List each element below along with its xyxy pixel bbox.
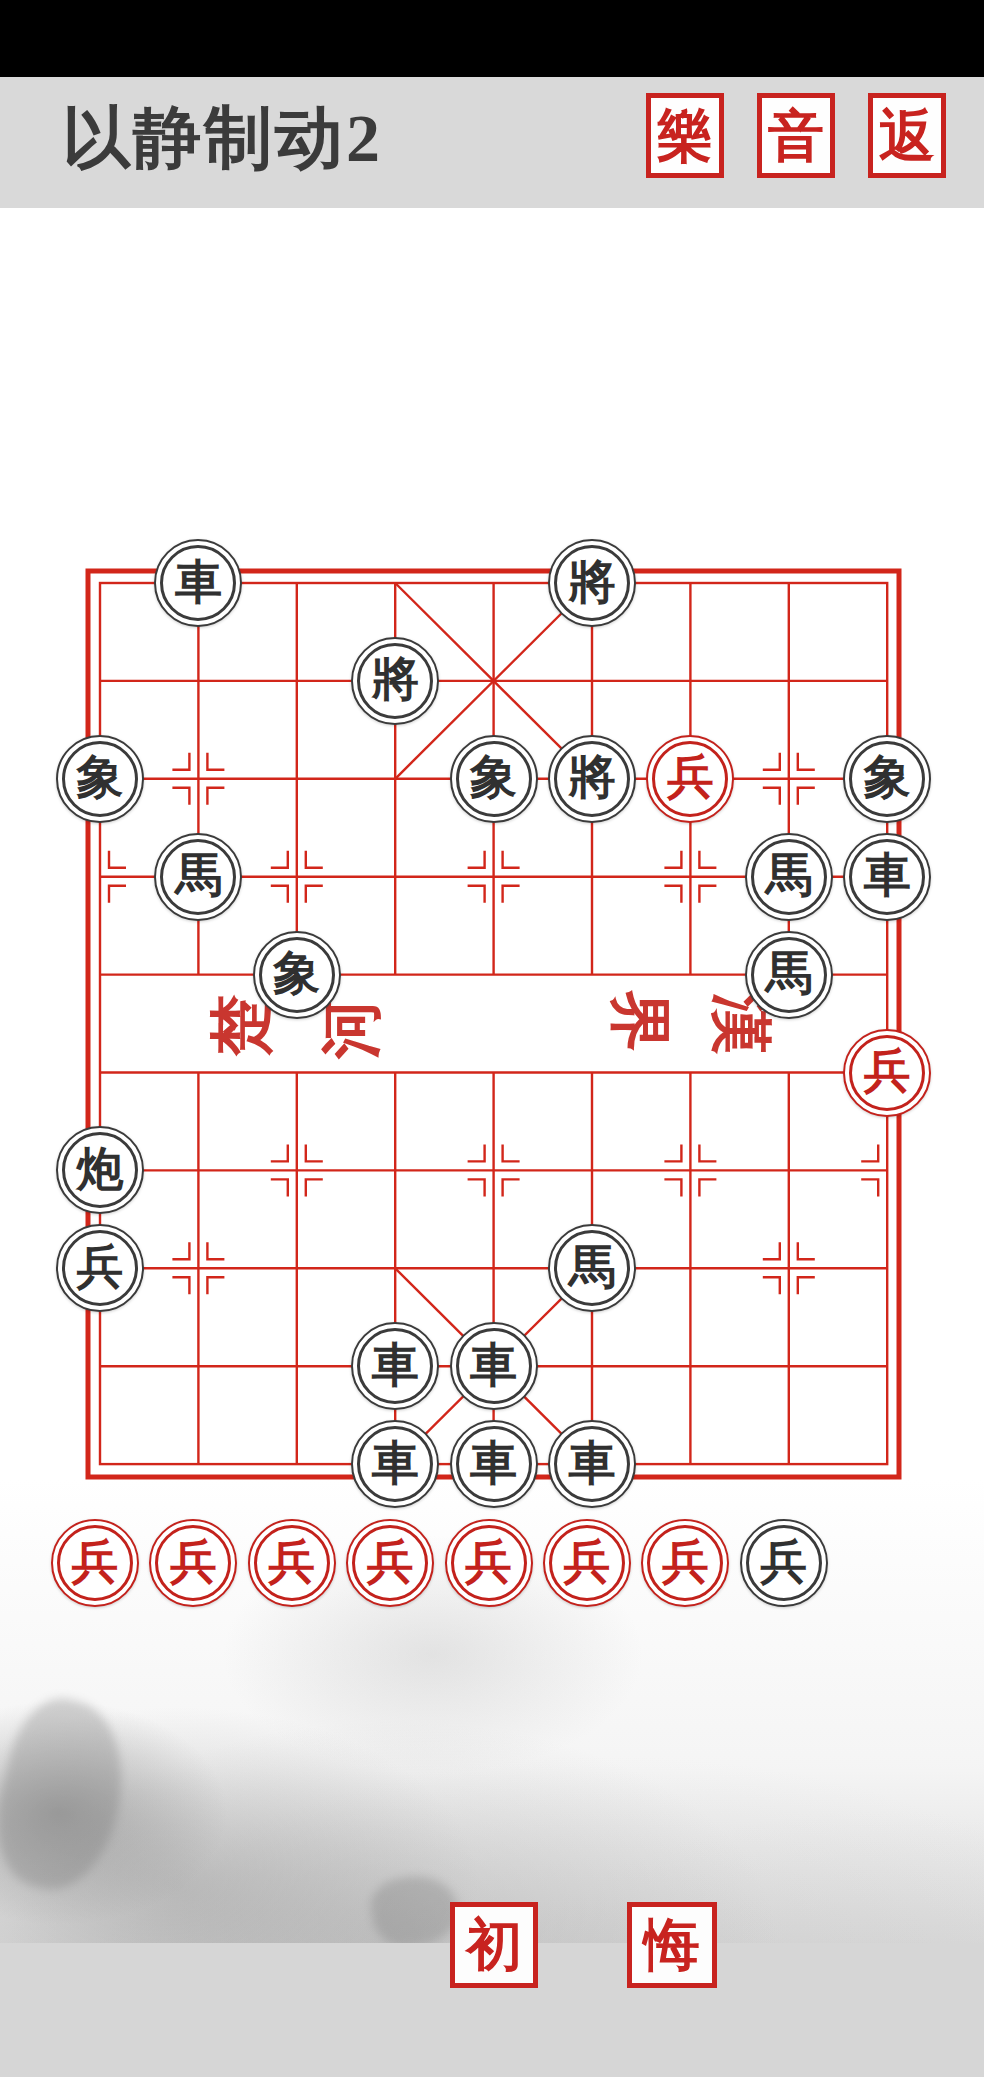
piece-character: 兵 <box>864 1048 911 1095</box>
piece-character: 象 <box>77 754 124 801</box>
board-piece-black-車[interactable]: 車 <box>154 539 242 627</box>
board-piece-red-兵[interactable]: 兵 <box>646 735 734 823</box>
music-button[interactable]: 樂 <box>646 93 724 178</box>
undo-button[interactable]: 悔 <box>627 1902 717 1988</box>
piece-character: 兵 <box>77 1244 124 1291</box>
piece-character: 兵 <box>667 754 714 801</box>
piece-character: 車 <box>569 1440 616 1487</box>
piece-character: 將 <box>372 656 419 703</box>
piece-character: 兵 <box>662 1539 709 1586</box>
board-piece-black-象[interactable]: 象 <box>253 931 341 1019</box>
sound-button[interactable]: 音 <box>757 93 835 178</box>
tray-piece-red-兵[interactable]: 兵 <box>543 1519 631 1607</box>
board-piece-black-車[interactable]: 車 <box>351 1322 439 1410</box>
piece-character: 兵 <box>465 1539 512 1586</box>
piece-character: 車 <box>470 1440 517 1487</box>
board-piece-black-車[interactable]: 車 <box>548 1420 636 1508</box>
board-piece-black-馬[interactable]: 馬 <box>154 833 242 921</box>
back-button-label: 返 <box>879 108 935 164</box>
tray-piece-red-兵[interactable]: 兵 <box>445 1519 533 1607</box>
piece-character: 兵 <box>367 1539 414 1586</box>
page-title: 以静制动2 <box>62 91 383 186</box>
board-piece-black-馬[interactable]: 馬 <box>548 1224 636 1312</box>
restart-button[interactable]: 初 <box>450 1902 538 1988</box>
tray-piece-red-兵[interactable]: 兵 <box>641 1519 729 1607</box>
tray-piece-black-兵[interactable]: 兵 <box>740 1519 828 1607</box>
piece-character: 象 <box>864 754 911 801</box>
game-screen: 以静制动2 樂 音 返 車將將象象將兵象馬馬車象馬兵炮兵馬車車車車車 楚河界漢 … <box>0 0 984 2077</box>
restart-button-label: 初 <box>466 1917 522 1973</box>
piece-character: 馬 <box>175 852 222 899</box>
board-piece-black-將[interactable]: 將 <box>351 637 439 725</box>
pine-tree-silhouette <box>0 1689 141 1902</box>
tray-piece-red-兵[interactable]: 兵 <box>248 1519 336 1607</box>
piece-character: 炮 <box>77 1146 124 1193</box>
music-button-label: 樂 <box>657 108 713 164</box>
board-piece-black-將[interactable]: 將 <box>548 735 636 823</box>
board-piece-red-兵[interactable]: 兵 <box>843 1029 931 1117</box>
piece-character: 象 <box>470 754 517 801</box>
piece-character: 車 <box>864 852 911 899</box>
undo-button-label: 悔 <box>644 1917 700 1973</box>
river-character: 界 <box>609 990 671 1052</box>
board-piece-black-兵[interactable]: 兵 <box>56 1224 144 1312</box>
tray-piece-red-兵[interactable]: 兵 <box>51 1519 139 1607</box>
board-piece-black-車[interactable]: 車 <box>351 1420 439 1508</box>
tray-piece-red-兵[interactable]: 兵 <box>149 1519 237 1607</box>
piece-character: 車 <box>470 1342 517 1389</box>
board-piece-black-馬[interactable]: 馬 <box>745 833 833 921</box>
piece-character: 車 <box>372 1440 419 1487</box>
piece-character: 將 <box>569 754 616 801</box>
board-piece-black-象[interactable]: 象 <box>56 735 144 823</box>
piece-character: 象 <box>273 950 320 997</box>
piece-character: 兵 <box>72 1539 119 1586</box>
board-piece-black-馬[interactable]: 馬 <box>745 931 833 1019</box>
piece-character: 馬 <box>765 852 812 899</box>
piece-character: 車 <box>372 1342 419 1389</box>
river-character: 河 <box>320 997 382 1059</box>
piece-character: 馬 <box>569 1244 616 1291</box>
back-button[interactable]: 返 <box>868 93 946 178</box>
board-piece-black-象[interactable]: 象 <box>843 735 931 823</box>
status-bar <box>0 0 984 77</box>
piece-character: 兵 <box>564 1539 611 1586</box>
piece-character: 馬 <box>765 950 812 997</box>
piece-character: 車 <box>175 559 222 606</box>
piece-character: 將 <box>569 559 616 606</box>
board-piece-black-車[interactable]: 車 <box>450 1322 538 1410</box>
piece-character: 兵 <box>268 1539 315 1586</box>
board-piece-black-象[interactable]: 象 <box>450 735 538 823</box>
board-piece-black-炮[interactable]: 炮 <box>56 1126 144 1214</box>
piece-character: 兵 <box>170 1539 217 1586</box>
board-piece-black-車[interactable]: 車 <box>843 833 931 921</box>
tray-piece-red-兵[interactable]: 兵 <box>346 1519 434 1607</box>
sound-button-label: 音 <box>768 108 824 164</box>
piece-character: 兵 <box>760 1539 807 1586</box>
board-piece-black-車[interactable]: 車 <box>450 1420 538 1508</box>
board-piece-black-將[interactable]: 將 <box>548 539 636 627</box>
header: 以静制动2 樂 音 返 <box>0 77 984 208</box>
